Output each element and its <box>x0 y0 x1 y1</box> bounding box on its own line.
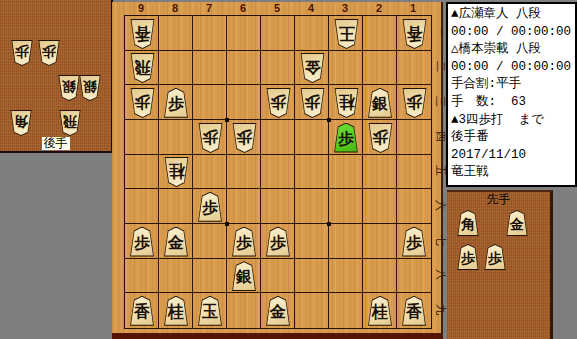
piece-kanji: 歩 <box>333 123 360 153</box>
info-line: 後手番 <box>451 129 572 147</box>
square-9八[interactable] <box>125 259 159 294</box>
gote-turn-label: 後手 <box>42 137 70 150</box>
shogi-piece-gote-王[interactable]: 王 <box>333 19 360 49</box>
square-5六[interactable] <box>261 189 295 224</box>
file-label-1: 1 <box>396 2 430 14</box>
shogi-piece-sente-歩[interactable]: 歩 <box>333 123 360 153</box>
square-7三[interactable] <box>193 85 227 120</box>
shogi-piece-gote-歩[interactable]: 歩 <box>265 88 292 118</box>
piece-kanji: 飛 <box>129 53 156 83</box>
square-8八[interactable] <box>159 259 193 294</box>
piece-kanji: 桂 <box>163 296 190 326</box>
rank-label-六: 六 <box>433 188 447 223</box>
shogi-piece-gote-歩[interactable]: 歩 <box>299 88 326 118</box>
square-7二[interactable] <box>193 51 227 86</box>
square-4五[interactable] <box>295 155 329 190</box>
piece-kanji: 香 <box>129 19 156 49</box>
square-1四[interactable] <box>397 120 431 155</box>
piece-kanji: 角 <box>9 110 33 136</box>
square-8四[interactable] <box>159 120 193 155</box>
piece-kanji: 金 <box>505 210 529 236</box>
shogi-piece-sente-角[interactable]: 角 <box>456 210 480 236</box>
rank-label-一: 一 <box>433 15 447 50</box>
info-line: 竜王戦 <box>451 164 572 182</box>
square-6二[interactable] <box>227 51 261 86</box>
shogi-piece-sente-銀[interactable]: 銀 <box>231 261 258 291</box>
shogi-piece-gote-歩[interactable]: 歩 <box>367 123 394 153</box>
sente-turn-label: 先手 <box>487 193 511 206</box>
shogi-piece-sente-金[interactable]: 金 <box>163 227 190 257</box>
square-2六[interactable] <box>363 189 397 224</box>
shogi-piece-sente-歩[interactable]: 歩 <box>265 227 292 257</box>
shogi-piece-gote-香[interactable]: 香 <box>129 19 156 49</box>
square-1六[interactable] <box>397 189 431 224</box>
file-label-8: 8 <box>158 2 192 14</box>
gote-captured-tray: 後手 歩歩銀銀角飛 <box>0 0 113 153</box>
shogi-piece-sente-金[interactable]: 金 <box>265 296 292 326</box>
hoshi-dot <box>327 118 331 122</box>
piece-kanji: 金 <box>163 227 190 257</box>
piece-kanji: 歩 <box>401 88 428 118</box>
square-6九[interactable] <box>227 293 261 328</box>
square-5四[interactable] <box>261 120 295 155</box>
square-4九[interactable] <box>295 293 329 328</box>
piece-kanji: 歩 <box>265 227 292 257</box>
info-line: 2017/11/10 <box>451 147 572 165</box>
rank-label-九: 九 <box>433 292 447 327</box>
square-5五[interactable] <box>261 155 295 190</box>
shogi-piece-gote-歩[interactable]: 歩 <box>197 123 224 153</box>
file-label-7: 7 <box>192 2 226 14</box>
file-label-3: 3 <box>328 2 362 14</box>
game-info-panel: ▲広瀬章人 八段00:00 / 00:00:00△橋本崇載 八段00:00 / … <box>446 2 577 187</box>
piece-kanji: 桂 <box>333 88 360 118</box>
square-1五[interactable] <box>397 155 431 190</box>
sente-captured-tray: 先手 角金歩歩 <box>447 190 553 339</box>
square-5八[interactable] <box>261 259 295 294</box>
piece-kanji: 歩 <box>129 88 156 118</box>
shogi-piece-gote-飛[interactable]: 飛 <box>58 110 82 136</box>
square-9五[interactable] <box>125 155 159 190</box>
piece-kanji: 銀 <box>78 75 102 101</box>
shogi-piece-gote-桂[interactable]: 桂 <box>163 157 190 187</box>
shogi-piece-gote-角[interactable]: 角 <box>9 110 33 136</box>
square-4六[interactable] <box>295 189 329 224</box>
info-line: ▲広瀬章人 八段 <box>451 6 572 24</box>
rank-label-八: 八 <box>433 258 447 293</box>
shogi-piece-sente-歩[interactable]: 歩 <box>483 244 507 270</box>
square-6一[interactable] <box>227 16 261 51</box>
shogi-board: 987654321 一二三四五六七八九 香王香飛金歩歩歩歩桂銀歩歩歩歩歩桂歩歩金… <box>112 2 443 339</box>
piece-kanji: 金 <box>299 53 326 83</box>
piece-kanji: 香 <box>401 19 428 49</box>
shogi-app-window: 後手 歩歩銀銀角飛 987654321 一二三四五六七八九 香王香飛金歩歩歩歩桂… <box>0 0 577 339</box>
piece-kanji: 王 <box>333 19 360 49</box>
piece-kanji: 歩 <box>265 88 292 118</box>
shogi-piece-sente-桂[interactable]: 桂 <box>367 296 394 326</box>
info-line: 手 数: 63 <box>451 94 572 112</box>
square-3五[interactable] <box>329 155 363 190</box>
shogi-piece-sente-歩[interactable]: 歩 <box>456 244 480 270</box>
piece-kanji: 飛 <box>58 110 82 136</box>
square-6六[interactable] <box>227 189 261 224</box>
shogi-piece-sente-歩[interactable]: 歩 <box>129 227 156 257</box>
shogi-piece-sente-玉[interactable]: 玉 <box>197 296 224 326</box>
piece-kanji: 桂 <box>163 157 190 187</box>
rank-label-三: 三 <box>433 84 447 119</box>
square-1二[interactable] <box>397 51 431 86</box>
shogi-piece-gote-銀[interactable]: 銀 <box>78 75 102 101</box>
hoshi-dot <box>327 222 331 226</box>
square-6五[interactable] <box>227 155 261 190</box>
square-2七[interactable] <box>363 224 397 259</box>
piece-kanji: 香 <box>401 296 428 326</box>
file-label-5: 5 <box>260 2 294 14</box>
shogi-piece-gote-金[interactable]: 金 <box>299 53 326 83</box>
piece-kanji: 歩 <box>163 88 190 118</box>
shogi-piece-sente-歩[interactable]: 歩 <box>231 227 258 257</box>
rank-label-七: 七 <box>433 223 447 258</box>
square-9六[interactable] <box>125 189 159 224</box>
square-4七[interactable] <box>295 224 329 259</box>
shogi-piece-sente-香[interactable]: 香 <box>129 296 156 326</box>
square-4一[interactable] <box>295 16 329 51</box>
info-line: 00:00 / 00:00:00 <box>451 59 572 77</box>
piece-kanji: 歩 <box>231 123 258 153</box>
square-8六[interactable] <box>159 189 193 224</box>
piece-kanji: 歩 <box>197 123 224 153</box>
file-label-9: 9 <box>124 2 158 14</box>
square-2八[interactable] <box>363 259 397 294</box>
rank-label-二: 二 <box>433 50 447 85</box>
square-3八[interactable] <box>329 259 363 294</box>
piece-kanji: 玉 <box>197 296 224 326</box>
piece-kanji: 歩 <box>401 227 428 257</box>
square-4八[interactable] <box>295 259 329 294</box>
file-label-4: 4 <box>294 2 328 14</box>
square-7八[interactable] <box>193 259 227 294</box>
shogi-piece-gote-飛[interactable]: 飛 <box>129 53 156 83</box>
shogi-piece-sente-歩[interactable]: 歩 <box>401 227 428 257</box>
piece-kanji: 銀 <box>231 261 258 291</box>
info-line: △橋本崇載 八段 <box>451 41 572 59</box>
square-9四[interactable] <box>125 120 159 155</box>
hoshi-dot <box>225 222 229 226</box>
piece-kanji: 角 <box>456 210 480 236</box>
piece-kanji: 歩 <box>37 40 61 66</box>
rank-label-四: 四 <box>433 119 447 154</box>
piece-kanji: 金 <box>265 296 292 326</box>
square-7七[interactable] <box>193 224 227 259</box>
piece-kanji: 歩 <box>299 88 326 118</box>
shogi-piece-gote-歩[interactable]: 歩 <box>231 123 258 153</box>
square-6三[interactable] <box>227 85 261 120</box>
file-label-2: 2 <box>362 2 396 14</box>
piece-kanji: 歩 <box>129 227 156 257</box>
square-5二[interactable] <box>261 51 295 86</box>
hoshi-dot <box>225 118 229 122</box>
info-line: ▲3四歩打 まで <box>451 112 572 130</box>
board-grid: 香王香飛金歩歩歩歩桂銀歩歩歩歩歩桂歩歩金歩歩歩銀香桂玉金桂香 <box>124 15 432 329</box>
square-3六[interactable] <box>329 189 363 224</box>
shogi-piece-gote-歩[interactable]: 歩 <box>10 40 34 66</box>
shogi-piece-gote-歩[interactable]: 歩 <box>129 88 156 118</box>
square-4四[interactable] <box>295 120 329 155</box>
piece-kanji: 歩 <box>231 227 258 257</box>
square-5一[interactable] <box>261 16 295 51</box>
file-label-6: 6 <box>226 2 260 14</box>
shogi-piece-sente-歩[interactable]: 歩 <box>163 88 190 118</box>
shogi-piece-gote-歩[interactable]: 歩 <box>37 40 61 66</box>
square-2五[interactable] <box>363 155 397 190</box>
shogi-piece-gote-桂[interactable]: 桂 <box>333 88 360 118</box>
square-1八[interactable] <box>397 259 431 294</box>
shogi-piece-sente-桂[interactable]: 桂 <box>163 296 190 326</box>
square-2一[interactable] <box>363 16 397 51</box>
piece-kanji: 銀 <box>367 88 394 118</box>
piece-kanji: 歩 <box>367 123 394 153</box>
square-2二[interactable] <box>363 51 397 86</box>
shogi-piece-sente-歩[interactable]: 歩 <box>197 192 224 222</box>
info-line: 00:00 / 00:00:00 <box>451 24 572 42</box>
shogi-piece-sente-金[interactable]: 金 <box>505 210 529 236</box>
square-7一[interactable] <box>193 16 227 51</box>
square-3二[interactable] <box>329 51 363 86</box>
info-line: 手合割:平手 <box>451 76 572 94</box>
square-8二[interactable] <box>159 51 193 86</box>
piece-kanji: 歩 <box>10 40 34 66</box>
piece-kanji: 香 <box>129 296 156 326</box>
square-7五[interactable] <box>193 155 227 190</box>
piece-kanji: 歩 <box>197 192 224 222</box>
square-3七[interactable] <box>329 224 363 259</box>
piece-kanji: 桂 <box>367 296 394 326</box>
piece-kanji: 歩 <box>456 244 480 270</box>
square-3九[interactable] <box>329 293 363 328</box>
rank-label-五: 五 <box>433 154 447 189</box>
shogi-piece-gote-歩[interactable]: 歩 <box>401 88 428 118</box>
shogi-piece-sente-銀[interactable]: 銀 <box>367 88 394 118</box>
piece-kanji: 歩 <box>483 244 507 270</box>
shogi-piece-gote-香[interactable]: 香 <box>401 19 428 49</box>
square-8一[interactable] <box>159 16 193 51</box>
shogi-piece-sente-香[interactable]: 香 <box>401 296 428 326</box>
